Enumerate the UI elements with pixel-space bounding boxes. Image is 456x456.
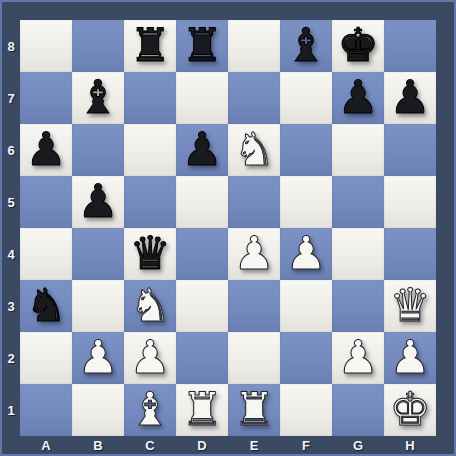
piece-black-pawn-icon[interactable]: ♟: [25, 126, 66, 172]
square-h8[interactable]: [384, 20, 436, 72]
file-label-f: F: [280, 436, 332, 454]
square-a8[interactable]: [20, 20, 72, 72]
square-h1[interactable]: ♚: [384, 384, 436, 436]
square-e1[interactable]: ♜: [228, 384, 280, 436]
square-c1[interactable]: ♝: [124, 384, 176, 436]
piece-black-pawn-icon[interactable]: ♟: [181, 126, 222, 172]
square-f6[interactable]: [280, 124, 332, 176]
file-label-e: E: [228, 436, 280, 454]
piece-black-pawn-icon[interactable]: ♟: [337, 74, 378, 120]
square-e2[interactable]: [228, 332, 280, 384]
square-b8[interactable]: [72, 20, 124, 72]
square-a2[interactable]: [20, 332, 72, 384]
square-b4[interactable]: [72, 228, 124, 280]
board-frame-cell: [436, 72, 454, 124]
square-a5[interactable]: [20, 176, 72, 228]
square-e8[interactable]: [228, 20, 280, 72]
square-d3[interactable]: [176, 280, 228, 332]
square-d6[interactable]: ♟: [176, 124, 228, 176]
piece-white-pawn-icon[interactable]: ♟: [233, 230, 274, 276]
square-c8[interactable]: ♜: [124, 20, 176, 72]
board-frame-cell: [436, 176, 454, 228]
file-label-a: A: [20, 436, 72, 454]
square-f4[interactable]: ♟: [280, 228, 332, 280]
square-f5[interactable]: [280, 176, 332, 228]
rank-label-6: 6: [2, 124, 20, 176]
square-g3[interactable]: [332, 280, 384, 332]
square-f3[interactable]: [280, 280, 332, 332]
piece-white-queen-icon[interactable]: ♛: [389, 282, 430, 328]
square-g7[interactable]: ♟: [332, 72, 384, 124]
piece-white-pawn-icon[interactable]: ♟: [337, 334, 378, 380]
board-frame-cell: [20, 2, 72, 20]
piece-black-bishop-icon[interactable]: ♝: [77, 74, 118, 120]
square-c6[interactable]: [124, 124, 176, 176]
board-frame-cell: [436, 124, 454, 176]
rank-label-2: 2: [2, 332, 20, 384]
square-h6[interactable]: [384, 124, 436, 176]
square-g8[interactable]: ♚: [332, 20, 384, 72]
piece-white-rook-icon[interactable]: ♜: [233, 386, 274, 432]
piece-white-knight-icon[interactable]: ♞: [233, 126, 274, 172]
square-h2[interactable]: ♟: [384, 332, 436, 384]
square-f7[interactable]: [280, 72, 332, 124]
square-c2[interactable]: ♟: [124, 332, 176, 384]
square-g4[interactable]: [332, 228, 384, 280]
rank-label-5: 5: [2, 176, 20, 228]
board-frame-cell: [436, 332, 454, 384]
board-frame-cell: [436, 436, 454, 454]
rank-label-8: 8: [2, 20, 20, 72]
file-label-d: D: [176, 436, 228, 454]
square-c5[interactable]: [124, 176, 176, 228]
board-frame-cell: [436, 20, 454, 72]
square-d7[interactable]: [176, 72, 228, 124]
square-g1[interactable]: [332, 384, 384, 436]
square-d2[interactable]: [176, 332, 228, 384]
board-frame-cell: [436, 280, 454, 332]
square-h4[interactable]: [384, 228, 436, 280]
board-frame-cell: [436, 384, 454, 436]
board-frame-cell: [72, 2, 124, 20]
square-g5[interactable]: [332, 176, 384, 228]
square-a1[interactable]: [20, 384, 72, 436]
piece-white-pawn-icon[interactable]: ♟: [389, 334, 430, 380]
rank-label-3: 3: [2, 280, 20, 332]
square-f2[interactable]: [280, 332, 332, 384]
board-frame-cell: [2, 436, 20, 454]
square-b3[interactable]: [72, 280, 124, 332]
piece-black-knight-icon[interactable]: ♞: [25, 282, 66, 328]
piece-black-bishop-icon[interactable]: ♝: [285, 22, 326, 68]
piece-white-pawn-icon[interactable]: ♟: [285, 230, 326, 276]
board-frame-cell: [436, 228, 454, 280]
file-label-g: G: [332, 436, 384, 454]
square-a4[interactable]: [20, 228, 72, 280]
square-b7[interactable]: ♝: [72, 72, 124, 124]
file-label-b: B: [72, 436, 124, 454]
square-d4[interactable]: [176, 228, 228, 280]
square-e6[interactable]: ♞: [228, 124, 280, 176]
board-frame-cell: [228, 2, 280, 20]
piece-white-rook-icon[interactable]: ♜: [181, 386, 222, 432]
square-d5[interactable]: [176, 176, 228, 228]
square-h3[interactable]: ♛: [384, 280, 436, 332]
chess-board: 8♜♜♝♚7♝♟♟6♟♟♞5♟4♛♟♟3♞♞♛2♟♟♟♟1♝♜♜♚ABCDEFG…: [2, 2, 454, 454]
square-e3[interactable]: [228, 280, 280, 332]
square-f8[interactable]: ♝: [280, 20, 332, 72]
piece-white-bishop-icon[interactable]: ♝: [129, 386, 170, 432]
square-b5[interactable]: ♟: [72, 176, 124, 228]
piece-black-queen-icon[interactable]: ♛: [129, 230, 170, 276]
square-e4[interactable]: ♟: [228, 228, 280, 280]
piece-black-king-icon[interactable]: ♚: [337, 22, 378, 68]
square-d8[interactable]: ♜: [176, 20, 228, 72]
square-c3[interactable]: ♞: [124, 280, 176, 332]
piece-black-pawn-icon[interactable]: ♟: [77, 178, 118, 224]
square-e7[interactable]: [228, 72, 280, 124]
square-d1[interactable]: ♜: [176, 384, 228, 436]
square-c4[interactable]: ♛: [124, 228, 176, 280]
rank-label-4: 4: [2, 228, 20, 280]
square-b6[interactable]: [72, 124, 124, 176]
square-b2[interactable]: ♟: [72, 332, 124, 384]
square-g2[interactable]: ♟: [332, 332, 384, 384]
piece-white-pawn-icon[interactable]: ♟: [77, 334, 118, 380]
square-b1[interactable]: [72, 384, 124, 436]
board-frame-cell: [436, 2, 454, 20]
board-frame-cell: [2, 2, 20, 20]
file-label-c: C: [124, 436, 176, 454]
rank-label-1: 1: [2, 384, 20, 436]
square-h5[interactable]: [384, 176, 436, 228]
square-e5[interactable]: [228, 176, 280, 228]
square-h7[interactable]: ♟: [384, 72, 436, 124]
file-label-h: H: [384, 436, 436, 454]
piece-white-knight-icon[interactable]: ♞: [129, 282, 170, 328]
piece-black-pawn-icon[interactable]: ♟: [389, 74, 430, 120]
square-a6[interactable]: ♟: [20, 124, 72, 176]
square-a7[interactable]: [20, 72, 72, 124]
piece-black-rook-icon[interactable]: ♜: [129, 22, 170, 68]
square-a3[interactable]: ♞: [20, 280, 72, 332]
board-frame-cell: [384, 2, 436, 20]
chess-board-frame: 8♜♜♝♚7♝♟♟6♟♟♞5♟4♛♟♟3♞♞♛2♟♟♟♟1♝♜♜♚ABCDEFG…: [0, 0, 456, 456]
rank-label-7: 7: [2, 72, 20, 124]
square-c7[interactable]: [124, 72, 176, 124]
piece-white-king-icon[interactable]: ♚: [389, 386, 430, 432]
square-f1[interactable]: [280, 384, 332, 436]
piece-black-rook-icon[interactable]: ♜: [181, 22, 222, 68]
piece-white-pawn-icon[interactable]: ♟: [129, 334, 170, 380]
square-g6[interactable]: [332, 124, 384, 176]
